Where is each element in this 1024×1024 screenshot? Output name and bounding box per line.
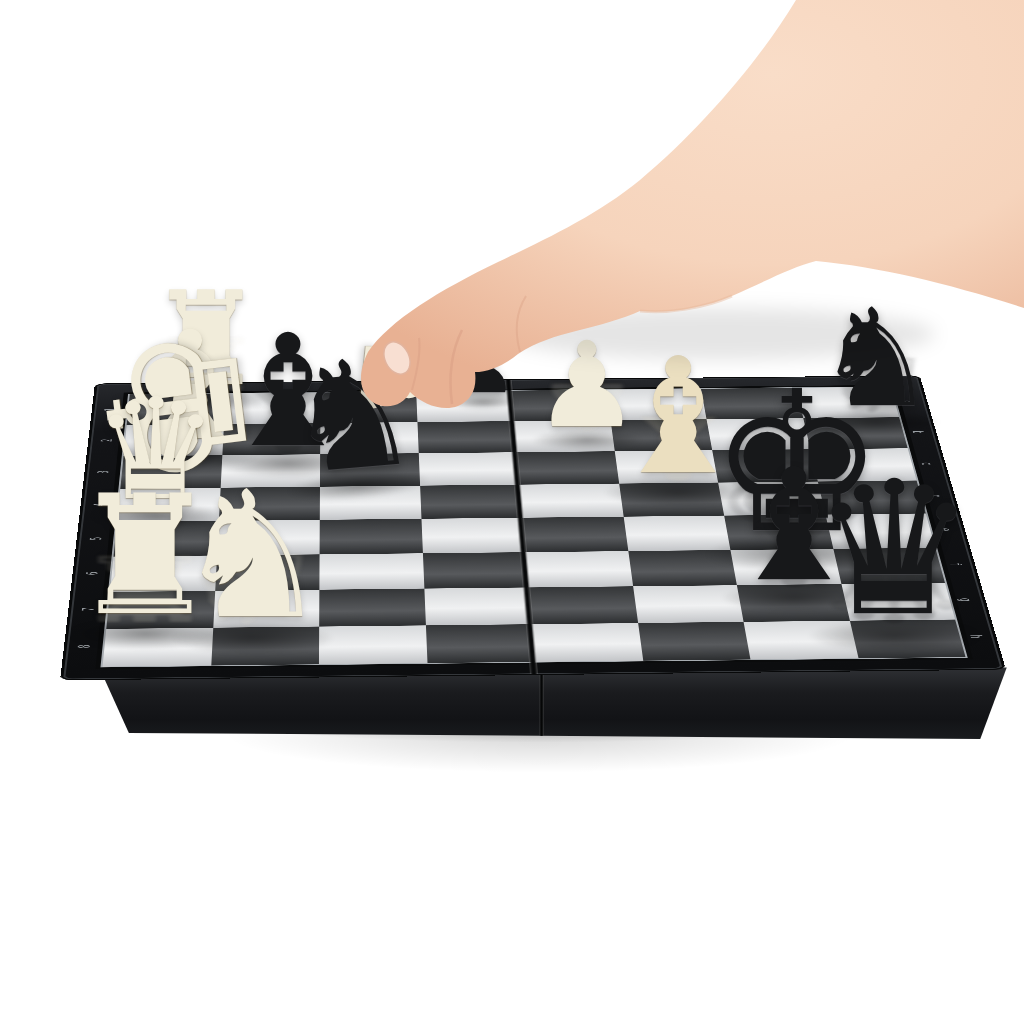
square-b6 — [610, 419, 712, 451]
square-e2 — [217, 520, 320, 555]
square-d5 — [519, 483, 623, 517]
square-g2 — [213, 590, 320, 628]
square-a2 — [224, 393, 321, 424]
square-a5 — [511, 390, 610, 421]
square-c5 — [516, 451, 618, 484]
square-f5 — [525, 551, 632, 588]
square-c4 — [418, 452, 519, 485]
square-e3 — [320, 519, 423, 554]
square-b2 — [222, 423, 320, 455]
square-c7 — [712, 449, 817, 482]
rim-label-left-4: 4 — [50, 501, 151, 509]
board-scene: 12345678 abcdefgh — [64, 0, 1004, 674]
square-b4 — [417, 421, 516, 453]
square-h2 — [211, 626, 319, 665]
square-h7 — [744, 621, 858, 660]
rim-label-right-b: b — [868, 428, 966, 436]
square-a7 — [701, 388, 803, 419]
chessboard: 12345678 abcdefgh — [63, 376, 1003, 679]
square-f3 — [319, 553, 424, 590]
rim-label-left-2: 2 — [58, 436, 156, 444]
checkerboard-grid — [100, 386, 967, 667]
case-hinge-seam — [539, 666, 544, 742]
square-e7 — [724, 515, 833, 550]
rim-label-left-1: 1 — [62, 406, 158, 414]
product-photo-canvas: { "game": "chess", "scene": { "descripti… — [0, 0, 1024, 1024]
square-a6 — [606, 389, 707, 420]
square-b3 — [320, 422, 418, 454]
square-a3 — [320, 392, 417, 423]
square-b7 — [706, 418, 809, 450]
square-f4 — [422, 552, 528, 589]
square-g7 — [737, 584, 849, 622]
rim-label-left-5: 5 — [45, 534, 148, 543]
square-d7 — [718, 481, 825, 515]
square-h6 — [638, 622, 751, 661]
square-d2 — [218, 487, 320, 521]
square-d6 — [619, 482, 724, 516]
rim-label-left-7: 7 — [36, 605, 142, 614]
rim-label-right-g: g — [912, 595, 1019, 604]
square-h4 — [425, 624, 534, 663]
square-g4 — [424, 587, 532, 625]
square-d3 — [320, 486, 421, 520]
rim-label-right-d: d — [885, 492, 986, 500]
square-e5 — [522, 517, 628, 552]
square-c2 — [220, 454, 320, 487]
rim-label-right-e: e — [894, 525, 997, 534]
square-h3 — [319, 625, 427, 664]
rim-label-left-8: 8 — [31, 642, 139, 652]
rim-label-left-3: 3 — [54, 468, 153, 476]
rim-label-right-f: f — [903, 560, 1008, 569]
square-d4 — [420, 484, 523, 518]
square-c6 — [614, 450, 718, 483]
square-f2 — [215, 554, 320, 591]
square-c3 — [320, 453, 420, 486]
square-e4 — [421, 518, 525, 553]
rim-label-right-a: a — [860, 398, 957, 406]
rim-label-right-h: h — [922, 632, 1024, 641]
square-g6 — [633, 585, 744, 623]
square-a4 — [416, 391, 514, 422]
square-b5 — [514, 420, 615, 452]
square-h5 — [532, 623, 643, 662]
square-e6 — [623, 516, 730, 551]
rim-label-right-c: c — [877, 460, 977, 468]
square-g3 — [319, 589, 425, 627]
square-f6 — [628, 550, 737, 586]
square-g5 — [528, 586, 637, 624]
rim-label-left-6: 6 — [40, 569, 144, 578]
square-f7 — [730, 549, 841, 585]
